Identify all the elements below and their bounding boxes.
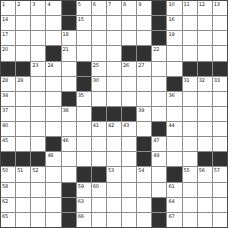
white-cell-r8c15[interactable] [213, 107, 227, 121]
black-cell-r6c12 [167, 77, 181, 91]
white-cell-r3c15[interactable] [213, 31, 227, 45]
white-cell-r14c15[interactable] [213, 198, 227, 212]
clue-number: 31 [184, 77, 190, 83]
clue-number: 44 [168, 122, 174, 128]
white-cell-r15c4[interactable] [46, 213, 60, 227]
white-cell-r1c9[interactable]: 8 [122, 1, 136, 15]
clue-number: 45 [2, 137, 8, 143]
black-cell-r1c5 [62, 1, 76, 15]
white-cell-r4c11[interactable]: 22 [152, 46, 166, 60]
white-cell-r9c4[interactable] [46, 122, 60, 136]
white-cell-r7c14[interactable] [198, 92, 212, 106]
white-cell-r9c6[interactable] [77, 122, 91, 136]
white-cell-r3c13[interactable] [183, 31, 197, 45]
clue-number: 56 [199, 167, 205, 173]
white-cell-r8c12[interactable] [167, 107, 181, 121]
white-cell-r1c12[interactable]: 10 [167, 1, 181, 15]
white-cell-r4c13[interactable] [183, 46, 197, 60]
white-cell-r3c4[interactable] [46, 31, 60, 45]
white-cell-r2c10[interactable] [137, 16, 151, 30]
clue-number: 36 [168, 92, 174, 98]
black-cell-r8c9 [122, 107, 136, 121]
white-cell-r9c14[interactable] [198, 122, 212, 136]
white-cell-r7c8[interactable] [107, 92, 121, 106]
white-cell-r12c11[interactable] [152, 167, 166, 181]
white-cell-r12c13[interactable]: 55 [183, 167, 197, 181]
white-cell-r4c3[interactable] [31, 46, 45, 60]
black-cell-r2c5 [62, 16, 76, 30]
white-cell-r12c15[interactable]: 57 [213, 167, 227, 181]
clue-number: 16 [168, 16, 174, 22]
white-cell-r4c1[interactable]: 20 [1, 46, 15, 60]
white-cell-r3c1[interactable]: 17 [1, 31, 15, 45]
white-cell-r12c10[interactable]: 54 [137, 167, 151, 181]
clue-number: 51 [17, 167, 23, 173]
white-cell-r7c3[interactable] [31, 92, 45, 106]
black-cell-r9c11 [152, 122, 166, 136]
white-cell-r2c1[interactable]: 14 [1, 16, 15, 30]
black-cell-r6c6 [77, 77, 91, 91]
white-cell-r10c8[interactable] [107, 137, 121, 151]
black-cell-r1c11 [152, 1, 166, 15]
clue-number: 53 [108, 167, 114, 173]
black-cell-r5c2 [16, 62, 30, 76]
white-cell-r3c8[interactable] [107, 31, 121, 45]
white-cell-r1c8[interactable]: 7 [107, 1, 121, 15]
white-cell-r4c5[interactable]: 21 [62, 46, 76, 60]
white-cell-r5c3[interactable]: 23 [31, 62, 45, 76]
white-cell-r3c12[interactable]: 19 [167, 31, 181, 45]
white-cell-r13c10[interactable] [137, 183, 151, 197]
clue-number: 8 [123, 1, 126, 7]
clue-number: 3 [32, 1, 35, 7]
white-cell-r13c2[interactable] [16, 183, 30, 197]
white-cell-r10c13[interactable] [183, 137, 197, 151]
white-cell-r11c9[interactable] [122, 152, 136, 166]
black-cell-r12c12 [167, 167, 181, 181]
white-cell-r11c8[interactable] [107, 152, 121, 166]
black-cell-r2c11 [152, 16, 166, 30]
black-cell-r11c1 [1, 152, 15, 166]
white-cell-r4c8[interactable] [107, 46, 121, 60]
white-cell-r14c7[interactable] [92, 198, 106, 212]
white-cell-r13c8[interactable] [107, 183, 121, 197]
white-cell-r3c9[interactable] [122, 31, 136, 45]
clue-number: 38 [63, 107, 69, 113]
clue-number: 55 [184, 167, 190, 173]
white-cell-r13c11[interactable] [152, 183, 166, 197]
clue-number: 54 [138, 167, 144, 173]
white-cell-r4c15[interactable] [213, 46, 227, 60]
white-cell-r14c6[interactable]: 63 [77, 198, 91, 212]
white-cell-r13c1[interactable]: 58 [1, 183, 15, 197]
white-cell-r7c15[interactable] [213, 92, 227, 106]
clue-number: 59 [78, 183, 84, 189]
white-cell-r1c3[interactable]: 3 [31, 1, 45, 15]
white-cell-r14c14[interactable] [198, 198, 212, 212]
white-cell-r15c6[interactable]: 66 [77, 213, 91, 227]
clue-number: 42 [108, 122, 114, 128]
white-cell-r9c2[interactable] [16, 122, 30, 136]
white-cell-r9c10[interactable] [137, 122, 151, 136]
white-cell-r1c13[interactable]: 11 [183, 1, 197, 15]
white-cell-r1c6[interactable]: 5 [77, 1, 91, 15]
clue-number: 34 [2, 92, 8, 98]
white-cell-r3c7[interactable] [92, 31, 106, 45]
white-cell-r8c14[interactable] [198, 107, 212, 121]
white-cell-r8c4[interactable] [46, 107, 60, 121]
black-cell-r4c10 [137, 46, 151, 60]
white-cell-r15c9[interactable] [122, 213, 136, 227]
white-cell-r13c15[interactable] [213, 183, 227, 197]
white-cell-r15c7[interactable] [92, 213, 106, 227]
white-cell-r5c5[interactable] [62, 62, 76, 76]
white-cell-r8c3[interactable] [31, 107, 45, 121]
clue-number: 25 [93, 62, 99, 68]
clue-number: 28 [2, 77, 8, 83]
clue-number: 63 [78, 198, 84, 204]
white-cell-r9c8[interactable]: 42 [107, 122, 121, 136]
white-cell-r12c14[interactable]: 56 [198, 167, 212, 181]
white-cell-r15c10[interactable] [137, 213, 151, 227]
white-cell-r1c7[interactable]: 6 [92, 1, 106, 15]
black-cell-r11c15 [213, 152, 227, 166]
white-cell-r15c14[interactable] [198, 213, 212, 227]
clue-number: 10 [168, 1, 174, 7]
white-cell-r11c13[interactable] [183, 152, 197, 166]
white-cell-r4c2[interactable] [16, 46, 30, 60]
clue-number: 13 [214, 1, 220, 7]
white-cell-r6c10[interactable] [137, 77, 151, 91]
clue-number: 6 [93, 1, 96, 7]
clue-number: 23 [32, 62, 38, 68]
white-cell-r8c5[interactable]: 38 [62, 107, 76, 121]
white-cell-r13c14[interactable] [198, 183, 212, 197]
white-cell-r7c7[interactable] [92, 92, 106, 106]
white-cell-r10c5[interactable]: 46 [62, 137, 76, 151]
white-cell-r7c6[interactable]: 35 [77, 92, 91, 106]
clue-number: 65 [2, 213, 8, 219]
white-cell-r2c7[interactable] [92, 16, 106, 30]
white-cell-r14c13[interactable] [183, 198, 197, 212]
white-cell-r12c5[interactable] [62, 167, 76, 181]
clue-number: 30 [93, 77, 99, 83]
clue-number: 39 [138, 107, 144, 113]
white-cell-r14c12[interactable]: 64 [167, 198, 181, 212]
white-cell-r15c2[interactable] [16, 213, 30, 227]
white-cell-r3c10[interactable] [137, 31, 151, 45]
clue-number: 33 [214, 77, 220, 83]
white-cell-r11c5[interactable] [62, 152, 76, 166]
white-cell-r13c9[interactable] [122, 183, 136, 197]
white-cell-r10c1[interactable]: 45 [1, 137, 15, 151]
clue-number: 9 [138, 1, 141, 7]
white-cell-r7c9[interactable] [122, 92, 136, 106]
clue-number: 24 [47, 62, 53, 68]
white-cell-r1c2[interactable]: 2 [16, 1, 30, 15]
clue-number: 61 [168, 183, 174, 189]
white-cell-r10c7[interactable] [92, 137, 106, 151]
white-cell-r10c12[interactable] [167, 137, 181, 151]
white-cell-r8c6[interactable] [77, 107, 91, 121]
white-cell-r3c14[interactable] [198, 31, 212, 45]
white-cell-r10c9[interactable] [122, 137, 136, 151]
white-cell-r6c4[interactable] [46, 77, 60, 91]
white-cell-r14c2[interactable] [16, 198, 30, 212]
white-cell-r11c7[interactable] [92, 152, 106, 166]
white-cell-r6c11[interactable] [152, 77, 166, 91]
clue-number: 22 [153, 46, 159, 52]
white-cell-r7c2[interactable] [16, 92, 30, 106]
white-cell-r2c9[interactable] [122, 16, 136, 30]
white-cell-r2c14[interactable] [198, 16, 212, 30]
white-cell-r6c13[interactable]: 31 [183, 77, 197, 91]
black-cell-r11c2 [16, 152, 30, 166]
clue-number: 19 [168, 31, 174, 37]
white-cell-r15c3[interactable] [31, 213, 45, 227]
white-cell-r10c6[interactable] [77, 137, 91, 151]
white-cell-r10c11[interactable]: 47 [152, 137, 166, 151]
white-cell-r12c8[interactable]: 53 [107, 167, 121, 181]
clue-number: 18 [63, 31, 69, 37]
white-cell-r13c13[interactable] [183, 183, 197, 197]
white-cell-r15c15[interactable] [213, 213, 227, 227]
clue-number: 50 [2, 167, 8, 173]
white-cell-r7c1[interactable]: 34 [1, 92, 15, 106]
white-cell-r14c9[interactable] [122, 198, 136, 212]
clue-number: 57 [214, 167, 220, 173]
clue-number: 32 [199, 77, 205, 83]
white-cell-r11c4[interactable]: 48 [46, 152, 60, 166]
white-cell-r12c2[interactable]: 51 [16, 167, 30, 181]
clue-number: 49 [153, 152, 159, 158]
clue-number: 64 [168, 198, 174, 204]
white-cell-r1c1[interactable]: 1 [1, 1, 15, 15]
white-cell-r8c13[interactable] [183, 107, 197, 121]
white-cell-r2c3[interactable] [31, 16, 45, 30]
black-cell-r3c11 [152, 31, 166, 45]
white-cell-r6c2[interactable]: 29 [16, 77, 30, 91]
black-cell-r15c5 [62, 213, 76, 227]
white-cell-r2c15[interactable] [213, 16, 227, 30]
white-cell-r14c1[interactable]: 62 [1, 198, 15, 212]
white-cell-r2c4[interactable] [46, 16, 60, 30]
white-cell-r1c10[interactable]: 9 [137, 1, 151, 15]
white-cell-r4c14[interactable] [198, 46, 212, 60]
clue-number: 43 [123, 122, 129, 128]
white-cell-r8c1[interactable]: 37 [1, 107, 15, 121]
clue-number: 41 [93, 122, 99, 128]
clue-number: 62 [2, 198, 8, 204]
white-cell-r9c9[interactable]: 43 [122, 122, 136, 136]
white-cell-r14c4[interactable] [46, 198, 60, 212]
white-cell-r14c10[interactable] [137, 198, 151, 212]
clue-number: 4 [47, 1, 50, 7]
clue-number: 11 [184, 1, 190, 7]
clue-number: 60 [93, 183, 99, 189]
white-cell-r10c2[interactable] [16, 137, 30, 151]
clue-number: 21 [63, 46, 69, 52]
black-cell-r11c3 [31, 152, 45, 166]
white-cell-r12c4[interactable] [46, 167, 60, 181]
white-cell-r4c12[interactable] [167, 46, 181, 60]
clue-number: 26 [123, 62, 129, 68]
black-cell-r5c14 [198, 62, 212, 76]
white-cell-r5c12[interactable] [167, 62, 181, 76]
white-cell-r9c7[interactable]: 41 [92, 122, 106, 136]
black-cell-r5c15 [213, 62, 227, 76]
black-cell-r5c13 [183, 62, 197, 76]
crossword-grid: 1234567891011121314151617181920212223242… [0, 0, 228, 228]
clue-number: 17 [2, 31, 8, 37]
clue-number: 37 [2, 107, 8, 113]
clue-number: 52 [32, 167, 38, 173]
white-cell-r7c12[interactable]: 36 [167, 92, 181, 106]
white-cell-r7c10[interactable] [137, 92, 151, 106]
black-cell-r13c5 [62, 183, 76, 197]
white-cell-r6c1[interactable]: 28 [1, 77, 15, 91]
white-cell-r15c1[interactable]: 65 [1, 213, 15, 227]
white-cell-r7c13[interactable] [183, 92, 197, 106]
white-cell-r5c11[interactable] [152, 62, 166, 76]
black-cell-r7c5 [62, 92, 76, 106]
black-cell-r11c14 [198, 152, 212, 166]
clue-number: 2 [17, 1, 20, 7]
black-cell-r10c10 [137, 137, 151, 151]
black-cell-r8c8 [107, 107, 121, 121]
white-cell-r6c15[interactable]: 33 [213, 77, 227, 91]
white-cell-r8c10[interactable]: 39 [137, 107, 151, 121]
white-cell-r6c8[interactable] [107, 77, 121, 91]
white-cell-r15c13[interactable] [183, 213, 197, 227]
white-cell-r11c11[interactable]: 49 [152, 152, 166, 166]
white-cell-r13c4[interactable] [46, 183, 60, 197]
white-cell-r7c4[interactable] [46, 92, 60, 106]
white-cell-r3c3[interactable] [31, 31, 45, 45]
white-cell-r10c3[interactable] [31, 137, 45, 151]
white-cell-r13c7[interactable]: 60 [92, 183, 106, 197]
white-cell-r9c3[interactable] [31, 122, 45, 136]
black-cell-r10c4 [46, 137, 60, 151]
white-cell-r9c12[interactable]: 44 [167, 122, 181, 136]
clue-number: 7 [108, 1, 111, 7]
white-cell-r4c7[interactable] [92, 46, 106, 60]
clue-number: 66 [78, 213, 84, 219]
white-cell-r15c8[interactable] [107, 213, 121, 227]
white-cell-r12c1[interactable]: 50 [1, 167, 15, 181]
white-cell-r2c8[interactable] [107, 16, 121, 30]
clue-number: 58 [2, 183, 8, 189]
black-cell-r15c11 [152, 213, 166, 227]
clue-number: 47 [153, 137, 159, 143]
white-cell-r10c15[interactable] [213, 137, 227, 151]
white-cell-r6c3[interactable] [31, 77, 45, 91]
white-cell-r9c15[interactable] [213, 122, 227, 136]
white-cell-r6c14[interactable]: 32 [198, 77, 212, 91]
white-cell-r1c15[interactable]: 13 [213, 1, 227, 15]
clue-number: 40 [2, 122, 8, 128]
clue-number: 46 [63, 137, 69, 143]
white-cell-r3c6[interactable] [77, 31, 91, 45]
clue-number: 29 [17, 77, 23, 83]
black-cell-r5c1 [1, 62, 15, 76]
clue-number: 5 [78, 1, 81, 7]
white-cell-r2c2[interactable] [16, 16, 30, 30]
black-cell-r5c6 [77, 62, 91, 76]
white-cell-r9c5[interactable] [62, 122, 76, 136]
white-cell-r1c4[interactable]: 4 [46, 1, 60, 15]
black-cell-r4c9 [122, 46, 136, 60]
white-cell-r14c8[interactable] [107, 198, 121, 212]
white-cell-r15c12[interactable]: 67 [167, 213, 181, 227]
clue-number: 48 [47, 152, 53, 158]
clue-number: 20 [2, 46, 8, 52]
white-cell-r7c11[interactable] [152, 92, 166, 106]
black-cell-r8c7 [92, 107, 106, 121]
white-cell-r13c6[interactable]: 59 [77, 183, 91, 197]
white-cell-r2c6[interactable]: 15 [77, 16, 91, 30]
white-cell-r1c14[interactable]: 12 [198, 1, 212, 15]
white-cell-r5c8[interactable] [107, 62, 121, 76]
white-cell-r6c9[interactable] [122, 77, 136, 91]
white-cell-r5c9[interactable]: 26 [122, 62, 136, 76]
clue-number: 14 [2, 16, 8, 22]
white-cell-r12c9[interactable] [122, 167, 136, 181]
clue-number: 67 [168, 213, 174, 219]
white-cell-r12c3[interactable]: 52 [31, 167, 45, 181]
white-cell-r5c10[interactable]: 27 [137, 62, 151, 76]
black-cell-r12c7 [92, 167, 106, 181]
white-cell-r10c14[interactable] [198, 137, 212, 151]
white-cell-r9c1[interactable]: 40 [1, 122, 15, 136]
white-cell-r2c12[interactable]: 16 [167, 16, 181, 30]
black-cell-r14c11 [152, 198, 166, 212]
white-cell-r13c3[interactable] [31, 183, 45, 197]
white-cell-r13c12[interactable]: 61 [167, 183, 181, 197]
clue-number: 15 [78, 16, 84, 22]
clue-number: 35 [78, 92, 84, 98]
white-cell-r3c2[interactable] [16, 31, 30, 45]
black-cell-r14c5 [62, 198, 76, 212]
white-cell-r8c11[interactable] [152, 107, 166, 121]
black-cell-r11c10 [137, 152, 151, 166]
white-cell-r11c12[interactable] [167, 152, 181, 166]
clue-number: 27 [138, 62, 144, 68]
white-cell-r4c6[interactable] [77, 46, 91, 60]
white-cell-r3c5[interactable]: 18 [62, 31, 76, 45]
white-cell-r5c7[interactable]: 25 [92, 62, 106, 76]
white-cell-r6c7[interactable]: 30 [92, 77, 106, 91]
clue-number: 12 [199, 1, 205, 7]
white-cell-r14c3[interactable] [31, 198, 45, 212]
white-cell-r2c13[interactable] [183, 16, 197, 30]
white-cell-r6c5[interactable] [62, 77, 76, 91]
white-cell-r11c6[interactable] [77, 152, 91, 166]
white-cell-r8c2[interactable] [16, 107, 30, 121]
white-cell-r9c13[interactable] [183, 122, 197, 136]
white-cell-r5c4[interactable]: 24 [46, 62, 60, 76]
black-cell-r12c6 [77, 167, 91, 181]
black-cell-r4c4 [46, 46, 60, 60]
clue-number: 1 [2, 1, 5, 7]
